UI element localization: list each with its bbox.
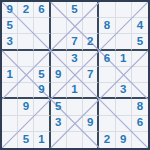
- cell-r2c9[interactable]: 4: [132, 18, 148, 34]
- cell-r5c6[interactable]: 7: [83, 67, 99, 83]
- cell-r8c2[interactable]: [18, 116, 34, 132]
- cell-r9c5[interactable]: [67, 132, 83, 148]
- cell-r1c1[interactable]: 9: [2, 2, 18, 18]
- given-digit: 8: [104, 20, 110, 32]
- cell-r5c7[interactable]: [99, 67, 115, 83]
- cell-r9c4[interactable]: [51, 132, 67, 148]
- cell-r6c1[interactable]: [2, 83, 18, 99]
- given-digit: 5: [71, 4, 77, 16]
- given-digit: 9: [55, 69, 61, 81]
- given-digit: 9: [6, 4, 12, 16]
- cell-r8c9[interactable]: 6: [132, 116, 148, 132]
- cell-r5c8[interactable]: [116, 67, 132, 83]
- cell-r2c3[interactable]: [34, 18, 50, 34]
- cell-r7c6[interactable]: [83, 99, 99, 115]
- cell-r8c8[interactable]: [116, 116, 132, 132]
- cell-r9c9[interactable]: [132, 132, 148, 148]
- given-digit: 2: [87, 36, 93, 48]
- cell-r9c6[interactable]: [83, 132, 99, 148]
- cell-r6c4[interactable]: [51, 83, 67, 99]
- cell-r4c8[interactable]: 1: [116, 51, 132, 67]
- cell-r3c9[interactable]: 5: [132, 34, 148, 50]
- cell-r1c6[interactable]: [83, 2, 99, 18]
- given-digit: 8: [137, 101, 143, 113]
- given-digit: 1: [71, 84, 77, 96]
- cell-r7c1[interactable]: [2, 99, 18, 115]
- cell-r6c5[interactable]: 1: [67, 83, 83, 99]
- cell-r1c5[interactable]: 5: [67, 2, 83, 18]
- cell-r8c4[interactable]: 3: [51, 116, 67, 132]
- cell-r9c2[interactable]: 5: [18, 132, 34, 148]
- given-digit: 3: [6, 36, 12, 48]
- sudoku-board: 9265584372536115979139583965129: [0, 0, 150, 150]
- given-digit: 3: [71, 53, 77, 65]
- given-digit: 1: [6, 69, 12, 81]
- cell-r1c7[interactable]: [99, 2, 115, 18]
- given-digit: 9: [23, 101, 29, 113]
- cell-r4c6[interactable]: [83, 51, 99, 67]
- cell-r4c2[interactable]: [18, 51, 34, 67]
- cell-r7c7[interactable]: [99, 99, 115, 115]
- cell-r3c3[interactable]: [34, 34, 50, 50]
- given-digit: 5: [55, 101, 61, 113]
- cell-r7c2[interactable]: 9: [18, 99, 34, 115]
- cell-r2c6[interactable]: [83, 18, 99, 34]
- cell-r1c2[interactable]: 2: [18, 2, 34, 18]
- cell-r7c4[interactable]: 5: [51, 99, 67, 115]
- given-digit: 1: [38, 134, 44, 146]
- cell-r9c7[interactable]: 2: [99, 132, 115, 148]
- cell-r5c4[interactable]: 9: [51, 67, 67, 83]
- cell-r5c3[interactable]: 5: [34, 67, 50, 83]
- cell-r8c6[interactable]: 9: [83, 116, 99, 132]
- cell-r5c5[interactable]: [67, 67, 83, 83]
- cell-r6c8[interactable]: 3: [116, 83, 132, 99]
- given-digit: 5: [137, 36, 143, 48]
- cell-r4c5[interactable]: 3: [67, 51, 83, 67]
- given-digit: 1: [120, 53, 126, 65]
- cell-r7c9[interactable]: 8: [132, 99, 148, 115]
- given-digit: 9: [87, 117, 93, 129]
- cell-r6c2[interactable]: [18, 83, 34, 99]
- given-digit: 6: [137, 117, 143, 129]
- cell-r6c3[interactable]: 9: [34, 83, 50, 99]
- cell-r3c6[interactable]: 2: [83, 34, 99, 50]
- cell-r2c1[interactable]: 5: [2, 18, 18, 34]
- cell-r7c8[interactable]: [116, 99, 132, 115]
- cell-r2c5[interactable]: [67, 18, 83, 34]
- given-digit: 4: [137, 20, 143, 32]
- cell-r5c1[interactable]: 1: [2, 67, 18, 83]
- cell-r3c5[interactable]: 7: [67, 34, 83, 50]
- given-digit: 5: [23, 134, 29, 146]
- cell-r8c3[interactable]: [34, 116, 50, 132]
- cell-r1c4[interactable]: [51, 2, 67, 18]
- cell-r3c8[interactable]: [116, 34, 132, 50]
- cell-r1c3[interactable]: 6: [34, 2, 50, 18]
- cell-r6c6[interactable]: [83, 83, 99, 99]
- cell-r2c2[interactable]: [18, 18, 34, 34]
- cell-r1c9[interactable]: [132, 2, 148, 18]
- cell-r9c8[interactable]: 9: [116, 132, 132, 148]
- cell-r5c9[interactable]: [132, 67, 148, 83]
- cell-r8c7[interactable]: [99, 116, 115, 132]
- cell-r7c5[interactable]: [67, 99, 83, 115]
- given-digit: 5: [38, 69, 44, 81]
- given-digit: 2: [23, 4, 29, 16]
- cell-r4c9[interactable]: [132, 51, 148, 67]
- given-digit: 3: [120, 84, 126, 96]
- cell-r4c1[interactable]: [2, 51, 18, 67]
- cell-r7c3[interactable]: [34, 99, 50, 115]
- cell-r4c7[interactable]: 6: [99, 51, 115, 67]
- cell-r3c2[interactable]: [18, 34, 34, 50]
- cell-r2c4[interactable]: [51, 18, 67, 34]
- cell-r2c8[interactable]: [116, 18, 132, 34]
- given-digit: 7: [71, 36, 77, 48]
- given-digit: 2: [104, 134, 110, 146]
- cell-r4c4[interactable]: [51, 51, 67, 67]
- cell-r3c1[interactable]: 3: [2, 34, 18, 50]
- cell-r5c2[interactable]: [18, 67, 34, 83]
- cell-r9c3[interactable]: 1: [34, 132, 50, 148]
- cell-r3c4[interactable]: [51, 34, 67, 50]
- cell-r9c1[interactable]: [2, 132, 18, 148]
- given-digit: 6: [38, 4, 44, 16]
- cell-r2c7[interactable]: 8: [99, 18, 115, 34]
- sudoku-grid: 9265584372536115979139583965129: [2, 2, 148, 148]
- cell-r8c1[interactable]: [2, 116, 18, 132]
- given-digit: 7: [87, 69, 93, 81]
- given-digit: 6: [104, 53, 110, 65]
- cell-r6c7[interactable]: [99, 83, 115, 99]
- cell-r3c7[interactable]: [99, 34, 115, 50]
- given-digit: 3: [55, 117, 61, 129]
- given-digit: 9: [120, 134, 126, 146]
- given-digit: 9: [38, 84, 44, 96]
- cell-r8c5[interactable]: [67, 116, 83, 132]
- given-digit: 5: [6, 20, 12, 32]
- cell-r6c9[interactable]: [132, 83, 148, 99]
- cell-r1c8[interactable]: [116, 2, 132, 18]
- cell-r4c3[interactable]: [34, 51, 50, 67]
